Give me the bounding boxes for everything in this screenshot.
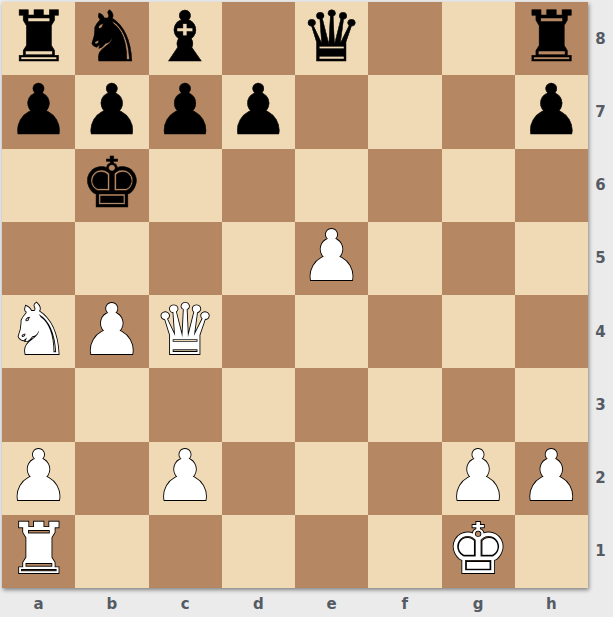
square-b5[interactable] — [75, 222, 148, 295]
piece-white-rook[interactable]: ♜ — [7, 515, 70, 585]
square-h6[interactable] — [515, 149, 588, 222]
piece-white-queen[interactable]: ♛ — [154, 295, 217, 365]
square-b4[interactable]: ♟ — [75, 295, 148, 368]
rank-label-7: 7 — [588, 75, 613, 148]
square-f1[interactable] — [368, 515, 441, 588]
square-e1[interactable] — [295, 515, 368, 588]
square-b6[interactable]: ♚ — [75, 149, 148, 222]
square-c4[interactable]: ♛ — [149, 295, 222, 368]
piece-white-pawn[interactable]: ♟ — [7, 442, 70, 512]
piece-white-pawn[interactable]: ♟ — [154, 442, 217, 512]
square-d2[interactable] — [222, 442, 295, 515]
chess-app-background: ♜♞♝♛♜♟♟♟♟♟♚♟♞♟♛♟♟♟♟♜♚ 87654321 abcdefgh — [0, 0, 613, 617]
piece-black-king[interactable]: ♚ — [80, 149, 143, 219]
rank-label-8: 8 — [588, 2, 613, 75]
piece-black-queen[interactable]: ♛ — [300, 2, 363, 72]
square-c1[interactable] — [149, 515, 222, 588]
square-d8[interactable] — [222, 2, 295, 75]
rank-label-5: 5 — [588, 222, 613, 295]
file-label-d: d — [222, 590, 295, 617]
square-d6[interactable] — [222, 149, 295, 222]
piece-white-knight[interactable]: ♞ — [7, 295, 70, 365]
square-h8[interactable]: ♜ — [515, 2, 588, 75]
square-g5[interactable] — [442, 222, 515, 295]
square-g2[interactable]: ♟ — [442, 442, 515, 515]
square-h1[interactable] — [515, 515, 588, 588]
square-c8[interactable]: ♝ — [149, 2, 222, 75]
square-b1[interactable] — [75, 515, 148, 588]
square-a5[interactable] — [2, 222, 75, 295]
square-a2[interactable]: ♟ — [2, 442, 75, 515]
square-a6[interactable] — [2, 149, 75, 222]
square-h7[interactable]: ♟ — [515, 75, 588, 148]
square-g3[interactable] — [442, 368, 515, 441]
square-b3[interactable] — [75, 368, 148, 441]
piece-black-rook[interactable]: ♜ — [520, 2, 583, 72]
piece-black-bishop[interactable]: ♝ — [154, 2, 217, 72]
square-d1[interactable] — [222, 515, 295, 588]
piece-white-pawn[interactable]: ♟ — [447, 442, 510, 512]
square-a8[interactable]: ♜ — [2, 2, 75, 75]
piece-black-pawn[interactable]: ♟ — [154, 75, 217, 145]
square-c5[interactable] — [149, 222, 222, 295]
square-c3[interactable] — [149, 368, 222, 441]
piece-black-pawn[interactable]: ♟ — [227, 75, 290, 145]
square-g6[interactable] — [442, 149, 515, 222]
square-c2[interactable]: ♟ — [149, 442, 222, 515]
square-e2[interactable] — [295, 442, 368, 515]
square-b2[interactable] — [75, 442, 148, 515]
square-e8[interactable]: ♛ — [295, 2, 368, 75]
rank-labels: 87654321 — [588, 2, 613, 588]
square-d3[interactable] — [222, 368, 295, 441]
piece-white-pawn[interactable]: ♟ — [300, 222, 363, 292]
rank-label-2: 2 — [588, 442, 613, 515]
file-label-h: h — [515, 590, 588, 617]
square-g8[interactable] — [442, 2, 515, 75]
rank-label-1: 1 — [588, 515, 613, 588]
square-h2[interactable]: ♟ — [515, 442, 588, 515]
piece-white-king[interactable]: ♚ — [447, 515, 510, 585]
square-f2[interactable] — [368, 442, 441, 515]
square-h4[interactable] — [515, 295, 588, 368]
file-label-c: c — [149, 590, 222, 617]
chess-board: ♜♞♝♛♜♟♟♟♟♟♚♟♞♟♛♟♟♟♟♜♚ — [2, 2, 588, 588]
piece-black-rook[interactable]: ♜ — [7, 2, 70, 72]
piece-black-pawn[interactable]: ♟ — [80, 75, 143, 145]
file-label-g: g — [442, 590, 515, 617]
square-h5[interactable] — [515, 222, 588, 295]
square-e5[interactable]: ♟ — [295, 222, 368, 295]
square-f7[interactable] — [368, 75, 441, 148]
square-e7[interactable] — [295, 75, 368, 148]
file-label-a: a — [2, 590, 75, 617]
square-c6[interactable] — [149, 149, 222, 222]
square-a4[interactable]: ♞ — [2, 295, 75, 368]
square-f4[interactable] — [368, 295, 441, 368]
square-g1[interactable]: ♚ — [442, 515, 515, 588]
rank-label-3: 3 — [588, 368, 613, 441]
square-g4[interactable] — [442, 295, 515, 368]
square-f8[interactable] — [368, 2, 441, 75]
file-label-f: f — [368, 590, 441, 617]
piece-black-pawn[interactable]: ♟ — [520, 75, 583, 145]
square-b8[interactable]: ♞ — [75, 2, 148, 75]
piece-white-pawn[interactable]: ♟ — [80, 295, 143, 365]
square-e4[interactable] — [295, 295, 368, 368]
rank-label-6: 6 — [588, 149, 613, 222]
piece-white-pawn[interactable]: ♟ — [520, 442, 583, 512]
square-e3[interactable] — [295, 368, 368, 441]
square-b7[interactable]: ♟ — [75, 75, 148, 148]
square-d4[interactable] — [222, 295, 295, 368]
square-c7[interactable]: ♟ — [149, 75, 222, 148]
square-d5[interactable] — [222, 222, 295, 295]
piece-black-pawn[interactable]: ♟ — [7, 75, 70, 145]
square-e6[interactable] — [295, 149, 368, 222]
square-a3[interactable] — [2, 368, 75, 441]
piece-black-knight[interactable]: ♞ — [80, 2, 143, 72]
square-d7[interactable]: ♟ — [222, 75, 295, 148]
square-a1[interactable]: ♜ — [2, 515, 75, 588]
rank-label-4: 4 — [588, 295, 613, 368]
square-f3[interactable] — [368, 368, 441, 441]
square-f6[interactable] — [368, 149, 441, 222]
square-h3[interactable] — [515, 368, 588, 441]
square-a7[interactable]: ♟ — [2, 75, 75, 148]
square-g7[interactable] — [442, 75, 515, 148]
file-label-b: b — [75, 590, 148, 617]
square-f5[interactable] — [368, 222, 441, 295]
file-label-e: e — [295, 590, 368, 617]
file-labels: abcdefgh — [2, 590, 588, 617]
